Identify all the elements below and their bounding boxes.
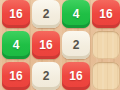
tile-4[interactable]: 4 <box>2 31 30 59</box>
tile-16[interactable]: 16 <box>92 0 120 28</box>
tile-16[interactable]: 16 <box>2 0 30 28</box>
tile-16[interactable]: 16 <box>2 62 30 90</box>
tile-2[interactable]: 2 <box>32 0 60 28</box>
empty-cell <box>92 31 120 59</box>
empty-cell <box>92 62 120 90</box>
game-board[interactable]: 162416416216216 <box>0 0 120 90</box>
tile-2[interactable]: 2 <box>62 31 90 59</box>
tile-4[interactable]: 4 <box>62 0 90 28</box>
tile-16[interactable]: 16 <box>62 62 90 90</box>
tile-16[interactable]: 16 <box>32 31 60 59</box>
tile-2[interactable]: 2 <box>32 62 60 90</box>
